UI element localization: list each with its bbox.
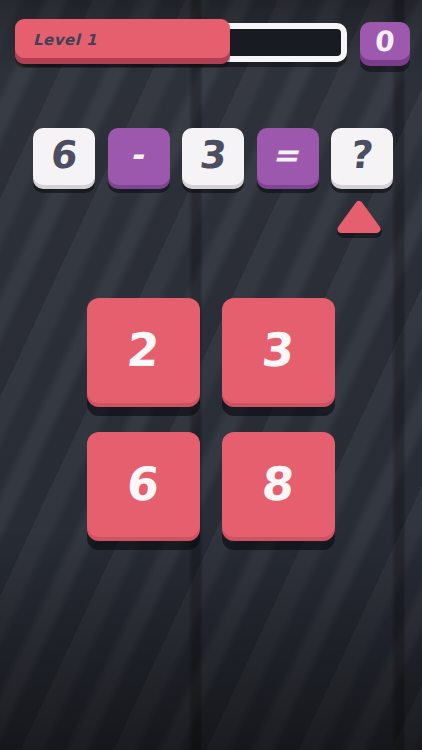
equation-tile-operand-2: 3 [182, 128, 244, 185]
question-mark-label: ? [348, 133, 375, 181]
equals-operator-label: = [269, 136, 306, 178]
equation-tile-label: 6 [48, 133, 79, 181]
equation-row: 6 - 3 = ? [33, 128, 393, 185]
equation-tile-operand-1: 6 [33, 128, 95, 185]
equation-tile-label: 3 [197, 133, 228, 181]
equation-tile-operator: - [108, 128, 170, 185]
score-badge: 0 [360, 22, 410, 66]
score-value: 0 [374, 25, 396, 64]
equation-tile-equals: = [257, 128, 319, 185]
level-label: Level 1 [15, 31, 97, 53]
answer-tile-label: 6 [125, 457, 162, 517]
answer-tile-8[interactable]: 8 [222, 432, 335, 541]
answer-tile-label: 8 [260, 457, 297, 517]
triangle-up-icon [337, 200, 381, 234]
answer-tile-label: 2 [125, 323, 162, 383]
game-screen: Level 1 0 6 - 3 = ? 2 3 6 [0, 0, 422, 750]
level-progress-fill: Level 1 [15, 19, 230, 64]
answer-tile-label: 3 [260, 323, 297, 383]
answer-grid: 2 3 6 8 [87, 298, 335, 541]
answer-tile-2[interactable]: 2 [87, 298, 200, 407]
answer-tile-6[interactable]: 6 [87, 432, 200, 541]
answer-tile-3[interactable]: 3 [222, 298, 335, 407]
equation-tile-unknown: ? [331, 128, 393, 185]
minus-operator-label: - [127, 136, 151, 178]
